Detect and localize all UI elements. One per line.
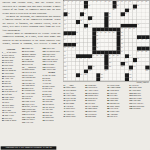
cell-number: 25 <box>113 8 115 10</box>
cell-number: 93 <box>80 58 82 60</box>
clue-item: 53 Frame of mind <box>2 120 20 122</box>
cell-number: 1 <box>64 1 65 3</box>
cell-number: 66 <box>121 39 123 41</box>
cell-number: 61 <box>72 35 74 37</box>
clue-text: Tide type <box>26 121 34 123</box>
cell-number: 112 <box>145 69 147 71</box>
cell-number: 35 <box>109 16 111 18</box>
cell-number: 12 <box>117 1 119 3</box>
clue-text: Not many <box>133 108 141 110</box>
cell-number: 56 <box>109 31 111 33</box>
cell-number: 38 <box>80 20 82 22</box>
clue-text: Oak seed <box>110 116 117 118</box>
cell-number: 94 <box>84 58 86 60</box>
clue-item: 115 Not many <box>129 108 149 110</box>
cell-number: 111 <box>129 69 131 71</box>
cell-number: 77 <box>121 47 123 49</box>
cell-number: 47 <box>84 27 86 29</box>
cell-number: 39 <box>88 20 90 22</box>
cell-number: 83 <box>64 54 66 56</box>
clue-text: Takes a nap <box>46 69 55 71</box>
across-header: ACROSS <box>2 48 20 50</box>
cell-number: 15 <box>129 1 131 3</box>
cell-number: 65 <box>96 39 98 41</box>
cell-number: 37 <box>64 20 66 22</box>
cell-number: 14 <box>125 1 127 3</box>
cell-number: 75 <box>72 47 74 49</box>
clue-text: Frame of mind <box>4 120 16 122</box>
cell-number: 33 <box>80 16 82 18</box>
cell-number: 88 <box>113 54 115 56</box>
cell-number: 101 <box>125 62 127 64</box>
clue-text: Map book <box>88 116 96 118</box>
cell-number: 79 <box>121 50 123 52</box>
clue-item: 50 Music genre <box>63 116 83 118</box>
cell-number: 97 <box>125 58 127 60</box>
cell-number: 107 <box>133 66 135 68</box>
cell-number: 109 <box>88 69 90 71</box>
cell-number: 119 <box>101 77 103 79</box>
cell-number: 49 <box>125 27 127 29</box>
cell-number: 8 <box>96 1 97 3</box>
cell-number: 120 <box>129 77 131 79</box>
cell-number: 50 <box>129 27 131 29</box>
cell-number: 108 <box>64 69 66 71</box>
cell-number: 80 <box>137 50 139 52</box>
cell-number: 72 <box>121 43 123 45</box>
clue-text: Music genre <box>66 116 76 118</box>
cell-number: 96 <box>109 58 111 60</box>
cell-number: 5 <box>80 1 81 3</box>
cell-number: 81 <box>141 50 143 52</box>
cell-number: 40 <box>109 20 111 22</box>
cell-number: 27 <box>133 8 135 10</box>
clue-text: Sets down <box>45 119 53 121</box>
cell-number: 11 <box>109 1 110 3</box>
cell-number: 26 <box>129 8 131 10</box>
cell-number: 57 <box>113 31 115 33</box>
grid-footnote: Answer, Page 27 <box>63 81 149 83</box>
left-clue-columns: ACROSS1 ___ of the above6 Desert haven12… <box>2 48 61 145</box>
intro-paragraph: To mark the occasion, the constructor ha… <box>2 15 60 32</box>
cell-number: 76 <box>96 47 98 49</box>
cell-number: 100 <box>109 62 111 64</box>
cell-number: 114 <box>80 73 82 75</box>
cell-number: 110 <box>105 69 107 71</box>
cell-number: 89 <box>117 54 119 56</box>
cell-number: 73 <box>64 47 66 49</box>
intro-paragraph: Entries must be postmarked by Friday. Se… <box>2 32 60 47</box>
cell-number: 106 <box>121 66 123 68</box>
crossword-grid-cells: 1234567891011121314151617181920212223242… <box>64 1 150 81</box>
cell-number: 42 <box>76 24 78 26</box>
cell-number: 118 <box>64 77 66 79</box>
cell-number: 24 <box>84 8 86 10</box>
cell-number: 32 <box>64 16 66 18</box>
cell-number: 21 <box>117 5 119 7</box>
right-clue-columns: 24 ___ lamp25 Dance move27 River mouth31… <box>63 84 149 150</box>
cell-number: 58 <box>121 31 123 33</box>
cell-number: 48 <box>121 27 123 29</box>
cell-number: 54 <box>101 31 103 33</box>
intro-paragraph: solvers and editors alike, and the resul… <box>2 1 60 15</box>
clue-item: 73 Map book <box>85 116 105 118</box>
cell-number: 115 <box>84 73 86 75</box>
cell-number: 16 <box>137 1 139 3</box>
cell-number: 19 <box>64 5 66 7</box>
cell-number: 87 <box>109 54 111 56</box>
cell-number: 29 <box>84 12 86 14</box>
answer-banner: ANSWER TO LAST WEEK'S PUZZLE, PAGE 26 <box>1 146 57 149</box>
cell-number: 104 <box>92 66 94 68</box>
cell-number: 68 <box>141 39 143 41</box>
cell-number: 78 <box>64 50 66 52</box>
cell-number: 36 <box>121 16 123 18</box>
cell-number: 92 <box>76 58 78 60</box>
cell-number: 44 <box>109 24 111 26</box>
cell-number: 7 <box>92 1 93 3</box>
cell-number: 53 <box>96 31 98 33</box>
cell-number: 103 <box>64 66 66 68</box>
crossword-grid: 1234567891011121314151617181920212223242… <box>63 1 149 82</box>
cell-number: 113 <box>64 73 66 75</box>
cell-number: 2 <box>68 1 69 3</box>
cell-number: 59 <box>64 35 66 37</box>
cell-number: 22 <box>137 5 139 7</box>
cell-number: 62 <box>96 35 98 37</box>
cell-number: 71 <box>96 43 98 45</box>
cell-number: 31 <box>125 12 127 14</box>
cell-number: 46 <box>64 27 66 29</box>
cell-number: 30 <box>109 12 111 14</box>
cell-number: 74 <box>68 47 70 49</box>
cell-number: 45 <box>137 24 139 26</box>
cell-number: 70 <box>76 43 78 45</box>
cell-number: 90 <box>129 54 131 56</box>
cell-number: 117 <box>129 73 131 75</box>
cell-number: 116 <box>101 73 103 75</box>
cell-number: 67 <box>137 39 139 41</box>
intro-text: solvers and editors alike, and the resul… <box>2 1 60 46</box>
cell-number: 13 <box>121 1 123 3</box>
cell-number: 43 <box>88 24 90 26</box>
cell-number: 20 <box>88 5 90 7</box>
cell-number: 99 <box>64 62 66 64</box>
cell-number: 60 <box>68 35 70 37</box>
cell-number: 95 <box>88 58 90 60</box>
cell-number: 64 <box>64 39 66 41</box>
cell-number: 105 <box>109 66 111 68</box>
cell-number: 98 <box>137 58 139 60</box>
cell-number: 4 <box>76 1 77 3</box>
cell-number: 52 <box>76 31 78 33</box>
cell-number: 6 <box>88 1 89 3</box>
cell-number: 23 <box>64 8 66 10</box>
cell-number: 51 <box>133 27 135 29</box>
clue-item: 18 Sets down <box>43 119 61 121</box>
cell-number: 102 <box>133 62 135 64</box>
clue-item: 93 Oak seed <box>107 116 127 118</box>
cell-number: 9 <box>101 1 102 3</box>
cell-number: 34 <box>92 16 94 18</box>
cell-number: 10 <box>105 1 107 3</box>
cell-number: 18 <box>145 1 147 3</box>
cell-number: 3 <box>72 1 73 3</box>
cell-number: 55 <box>105 31 107 33</box>
clue-item: 120 Takes a nap <box>43 69 61 71</box>
newspaper-puzzle-page: solvers and editors alike, and the resul… <box>0 0 150 150</box>
cell-number: 82 <box>145 50 147 52</box>
cell-number: 69 <box>145 39 147 41</box>
cell-number: 84 <box>92 54 94 56</box>
cell-number: 85 <box>96 54 98 56</box>
cell-number: 17 <box>141 1 143 3</box>
cell-number: 86 <box>101 54 103 56</box>
cell-number: 41 <box>64 24 66 26</box>
cell-number: 91 <box>64 58 66 60</box>
clue-item: 107 Tide type <box>22 121 40 123</box>
cell-number: 28 <box>68 12 70 14</box>
cell-number: 63 <box>121 35 123 37</box>
down-header: DOWN <box>43 72 61 74</box>
